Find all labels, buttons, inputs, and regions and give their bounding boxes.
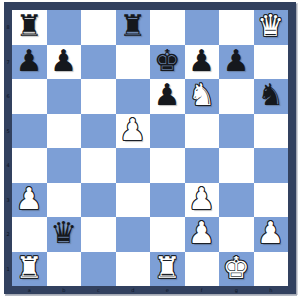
rank-label-2: 2 <box>4 217 12 252</box>
square-d7[interactable] <box>116 45 151 80</box>
square-e8[interactable] <box>150 10 185 45</box>
square-c3[interactable] <box>81 183 116 218</box>
piece-black-pawn[interactable]: ♟ <box>154 80 181 110</box>
piece-black-queen[interactable]: ♛ <box>50 218 77 248</box>
square-e4[interactable] <box>150 148 185 183</box>
square-a6[interactable] <box>12 79 47 114</box>
square-e1[interactable]: ♜ <box>150 252 185 287</box>
square-h8[interactable]: ♛ <box>254 10 289 45</box>
square-f2[interactable]: ♟ <box>185 217 220 252</box>
square-c6[interactable] <box>81 79 116 114</box>
square-g3[interactable] <box>219 183 254 218</box>
file-label-h: h <box>254 286 289 294</box>
piece-white-king[interactable]: ♚ <box>223 253 250 283</box>
chess-app: ♜♜♛♟♟♚♟♟♟♞♞♟♟♟♛♟♟♜♜♚ 87654321abcdefgh <box>0 0 300 300</box>
square-f7[interactable]: ♟ <box>185 45 220 80</box>
square-f5[interactable] <box>185 114 220 149</box>
file-label-g: g <box>219 286 254 294</box>
square-d3[interactable] <box>116 183 151 218</box>
square-f6[interactable]: ♞ <box>185 79 220 114</box>
piece-black-knight[interactable]: ♞ <box>257 80 284 110</box>
board-frame: ♜♜♛♟♟♚♟♟♟♞♞♟♟♟♛♟♟♜♜♚ 87654321abcdefgh <box>4 2 296 294</box>
piece-black-pawn[interactable]: ♟ <box>188 46 215 76</box>
square-h2[interactable]: ♟ <box>254 217 289 252</box>
square-a1[interactable]: ♜ <box>12 252 47 287</box>
square-b2[interactable]: ♛ <box>47 217 82 252</box>
square-g5[interactable] <box>219 114 254 149</box>
piece-white-pawn[interactable]: ♟ <box>119 115 146 145</box>
piece-black-king[interactable]: ♚ <box>154 46 181 76</box>
piece-white-queen[interactable]: ♛ <box>257 11 284 41</box>
square-d1[interactable] <box>116 252 151 287</box>
square-g8[interactable] <box>219 10 254 45</box>
square-c4[interactable] <box>81 148 116 183</box>
square-g2[interactable] <box>219 217 254 252</box>
square-c7[interactable] <box>81 45 116 80</box>
square-a2[interactable] <box>12 217 47 252</box>
piece-black-rook[interactable]: ♜ <box>119 11 146 41</box>
square-g6[interactable] <box>219 79 254 114</box>
piece-black-pawn[interactable]: ♟ <box>16 46 43 76</box>
piece-white-pawn[interactable]: ♟ <box>188 218 215 248</box>
square-g7[interactable]: ♟ <box>219 45 254 80</box>
square-h5[interactable] <box>254 114 289 149</box>
square-e5[interactable] <box>150 114 185 149</box>
piece-white-knight[interactable]: ♞ <box>188 80 215 110</box>
square-f4[interactable] <box>185 148 220 183</box>
square-c1[interactable] <box>81 252 116 287</box>
square-e6[interactable]: ♟ <box>150 79 185 114</box>
square-b5[interactable] <box>47 114 82 149</box>
square-b3[interactable] <box>47 183 82 218</box>
square-b7[interactable]: ♟ <box>47 45 82 80</box>
file-label-b: b <box>47 286 82 294</box>
square-h6[interactable]: ♞ <box>254 79 289 114</box>
file-label-a: a <box>12 286 47 294</box>
square-f1[interactable] <box>185 252 220 287</box>
rank-label-1: 1 <box>4 252 12 287</box>
square-b8[interactable] <box>47 10 82 45</box>
square-e3[interactable] <box>150 183 185 218</box>
square-c8[interactable] <box>81 10 116 45</box>
piece-white-pawn[interactable]: ♟ <box>257 218 284 248</box>
piece-white-rook[interactable]: ♜ <box>16 253 43 283</box>
square-d8[interactable]: ♜ <box>116 10 151 45</box>
square-d2[interactable] <box>116 217 151 252</box>
square-d6[interactable] <box>116 79 151 114</box>
piece-white-rook[interactable]: ♜ <box>154 253 181 283</box>
square-b6[interactable] <box>47 79 82 114</box>
square-f3[interactable]: ♟ <box>185 183 220 218</box>
file-label-f: f <box>185 286 220 294</box>
square-b1[interactable] <box>47 252 82 287</box>
rank-label-5: 5 <box>4 114 12 149</box>
square-a7[interactable]: ♟ <box>12 45 47 80</box>
file-label-c: c <box>81 286 116 294</box>
square-a8[interactable]: ♜ <box>12 10 47 45</box>
square-h7[interactable] <box>254 45 289 80</box>
file-label-d: d <box>116 286 151 294</box>
square-h4[interactable] <box>254 148 289 183</box>
chess-board: ♜♜♛♟♟♚♟♟♟♞♞♟♟♟♛♟♟♜♜♚ <box>12 10 288 286</box>
piece-black-pawn[interactable]: ♟ <box>50 46 77 76</box>
rank-label-4: 4 <box>4 148 12 183</box>
rank-label-6: 6 <box>4 79 12 114</box>
square-e2[interactable] <box>150 217 185 252</box>
rank-label-7: 7 <box>4 45 12 80</box>
square-d4[interactable] <box>116 148 151 183</box>
file-label-e: e <box>150 286 185 294</box>
piece-white-pawn[interactable]: ♟ <box>188 184 215 214</box>
square-d5[interactable]: ♟ <box>116 114 151 149</box>
square-h3[interactable] <box>254 183 289 218</box>
square-f8[interactable] <box>185 10 220 45</box>
square-c2[interactable] <box>81 217 116 252</box>
square-g4[interactable] <box>219 148 254 183</box>
square-h1[interactable] <box>254 252 289 287</box>
rank-label-3: 3 <box>4 183 12 218</box>
piece-black-pawn[interactable]: ♟ <box>223 46 250 76</box>
square-a3[interactable]: ♟ <box>12 183 47 218</box>
square-b4[interactable] <box>47 148 82 183</box>
piece-black-rook[interactable]: ♜ <box>16 11 43 41</box>
square-g1[interactable]: ♚ <box>219 252 254 287</box>
square-e7[interactable]: ♚ <box>150 45 185 80</box>
square-c5[interactable] <box>81 114 116 149</box>
square-a5[interactable] <box>12 114 47 149</box>
piece-white-pawn[interactable]: ♟ <box>16 184 43 214</box>
square-a4[interactable] <box>12 148 47 183</box>
rank-label-8: 8 <box>4 10 12 45</box>
